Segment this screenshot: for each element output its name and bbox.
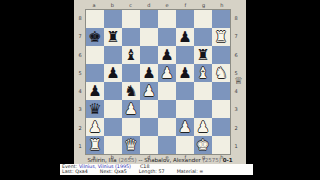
square-d4: ♟ <box>140 82 158 100</box>
file-label-f: f <box>176 2 194 8</box>
file-label-g: g <box>195 2 213 8</box>
square-h8 <box>212 10 230 28</box>
square-b4 <box>104 82 122 100</box>
next-move-label: Next: <box>100 169 113 174</box>
square-h3 <box>212 100 230 118</box>
game-info-strip: Event: Vilnius, Vilnius (1995) C18 Last:… <box>60 164 253 175</box>
square-g7 <box>194 28 212 46</box>
length-label: Length: <box>139 169 157 174</box>
white-pawn-piece: ♟ <box>86 118 104 136</box>
square-e8 <box>158 10 176 28</box>
black-rook-piece: ♜ <box>104 28 122 46</box>
square-b1 <box>104 136 122 154</box>
black-rook-piece: ♜ <box>194 46 212 64</box>
game-result: 0-1 <box>223 157 233 163</box>
square-h7: ♜ <box>212 28 230 46</box>
next-move-value: Qxa5 <box>114 169 127 174</box>
square-g8 <box>194 10 212 28</box>
black-pawn-piece: ♟ <box>104 64 122 82</box>
rank-label-3: 3 <box>75 100 85 118</box>
last-move-value: Qxa4 <box>75 169 88 174</box>
black-knight-piece: ♞ <box>122 82 140 100</box>
black-pawn-piece: ♟ <box>176 28 194 46</box>
black-bishop-piece: ♝ <box>122 46 140 64</box>
white-pawn-piece: ♟ <box>194 118 212 136</box>
square-e6: ♟ <box>158 46 176 64</box>
square-h5: ♞ <box>212 64 230 82</box>
chess-board: ♚♜♟♜♝♟♜♟♟♟♟♝♞♟♞♟♛♟♟♟♟♜♛♚ <box>85 9 231 155</box>
black-pawn-piece: ♟ <box>158 46 176 64</box>
screenshot-stage: abcdefgh 87654321 87654321 ♚♜♟♜♝♟♜♟♟♟♟♝♞… <box>0 0 320 180</box>
black-king-piece: ♚ <box>86 28 104 46</box>
square-a6 <box>86 46 104 64</box>
square-a7: ♚ <box>86 28 104 46</box>
square-e2 <box>158 118 176 136</box>
rank-label-8: 8 <box>75 9 85 27</box>
square-c6: ♝ <box>122 46 140 64</box>
white-player-name: Smirin, Ilia <box>87 157 116 163</box>
square-d2 <box>140 118 158 136</box>
rank-label-4: 4 <box>75 82 85 100</box>
square-e3 <box>158 100 176 118</box>
material-label: Material: <box>177 169 198 174</box>
square-f1 <box>176 136 194 154</box>
square-e1 <box>158 136 176 154</box>
white-pawn-piece: ♟ <box>158 64 176 82</box>
square-b7: ♜ <box>104 28 122 46</box>
rank-label-5: 5 <box>75 64 85 82</box>
players-separator: -- <box>138 157 142 163</box>
white-bishop-piece: ♝ <box>194 64 212 82</box>
rank-label-2: 2 <box>231 119 241 137</box>
white-rook-piece: ♜ <box>86 136 104 154</box>
square-a3: ♛ <box>86 100 104 118</box>
square-f7: ♟ <box>176 28 194 46</box>
square-c3: ♟ <box>122 100 140 118</box>
rank-label-2: 2 <box>75 119 85 137</box>
square-h1 <box>212 136 230 154</box>
square-e4 <box>158 82 176 100</box>
eco-code: C18 <box>140 164 149 169</box>
side-to-move-queen-icon: ♕ <box>234 75 243 87</box>
square-g1: ♚ <box>194 136 212 154</box>
rank-label-8: 8 <box>231 9 241 27</box>
square-e5: ♟ <box>158 64 176 82</box>
square-d1 <box>140 136 158 154</box>
square-d7 <box>140 28 158 46</box>
black-player-name: Shabalov, Alexander <box>144 157 201 163</box>
material-value: = <box>199 169 203 174</box>
square-d5: ♟ <box>140 64 158 82</box>
black-pawn-piece: ♟ <box>86 82 104 100</box>
square-g5: ♝ <box>194 64 212 82</box>
moves-line: Last: Qxa4 Next: Qxa5 Length: 57 Materia… <box>62 169 253 174</box>
file-label-e: e <box>158 2 176 8</box>
file-labels-top: abcdefgh <box>85 2 231 8</box>
square-a2: ♟ <box>86 118 104 136</box>
black-queen-piece: ♛ <box>86 100 104 118</box>
file-label-a: a <box>85 2 103 8</box>
square-b3 <box>104 100 122 118</box>
white-king-piece: ♚ <box>194 136 212 154</box>
square-b8 <box>104 10 122 28</box>
square-g4 <box>194 82 212 100</box>
black-pawn-piece: ♟ <box>140 64 158 82</box>
square-h4 <box>212 82 230 100</box>
square-b2 <box>104 118 122 136</box>
square-f4 <box>176 82 194 100</box>
square-c4: ♞ <box>122 82 140 100</box>
square-h2 <box>212 118 230 136</box>
rank-label-7: 7 <box>231 27 241 45</box>
event-value: Vilnius, Vilnius (1995) <box>79 164 131 169</box>
square-d6 <box>140 46 158 64</box>
square-g6: ♜ <box>194 46 212 64</box>
square-c7 <box>122 28 140 46</box>
white-rook-piece: ♜ <box>212 28 230 46</box>
file-label-d: d <box>140 2 158 8</box>
square-f6 <box>176 46 194 64</box>
square-f5: ♟ <box>176 64 194 82</box>
game-caption: Smirin, Ilia (2655) -- Shabalov, Alexand… <box>74 157 246 163</box>
white-player-elo: (2655) <box>118 157 136 163</box>
square-f3 <box>176 100 194 118</box>
rank-label-7: 7 <box>75 27 85 45</box>
square-c1: ♛ <box>122 136 140 154</box>
last-move-label: Last: <box>62 169 74 174</box>
square-a4: ♟ <box>86 82 104 100</box>
rank-labels-left: 87654321 <box>75 9 85 155</box>
square-c2 <box>122 118 140 136</box>
white-queen-piece: ♛ <box>122 136 140 154</box>
square-c5 <box>122 64 140 82</box>
square-d3 <box>140 100 158 118</box>
white-pawn-piece: ♟ <box>140 82 158 100</box>
file-label-h: h <box>213 2 231 8</box>
rank-label-6: 6 <box>75 46 85 64</box>
square-e7 <box>158 28 176 46</box>
black-pawn-piece: ♟ <box>176 64 194 82</box>
square-d8 <box>140 10 158 28</box>
square-b5: ♟ <box>104 64 122 82</box>
file-label-c: c <box>122 2 140 8</box>
rank-label-6: 6 <box>231 46 241 64</box>
square-f2: ♟ <box>176 118 194 136</box>
white-pawn-piece: ♟ <box>176 118 194 136</box>
square-h6 <box>212 46 230 64</box>
rank-label-1: 1 <box>231 137 241 155</box>
length-value: 57 <box>159 169 165 174</box>
square-a1: ♜ <box>86 136 104 154</box>
event-label: Event: <box>62 164 77 169</box>
square-b6 <box>104 46 122 64</box>
square-g3 <box>194 100 212 118</box>
square-f8 <box>176 10 194 28</box>
black-player-elo: (2575) <box>203 157 221 163</box>
square-g2: ♟ <box>194 118 212 136</box>
square-a5 <box>86 64 104 82</box>
square-a8 <box>86 10 104 28</box>
rank-label-1: 1 <box>75 137 85 155</box>
rank-label-3: 3 <box>231 100 241 118</box>
white-pawn-piece: ♟ <box>122 100 140 118</box>
square-c8 <box>122 10 140 28</box>
file-label-b: b <box>103 2 121 8</box>
white-knight-piece: ♞ <box>212 64 230 82</box>
